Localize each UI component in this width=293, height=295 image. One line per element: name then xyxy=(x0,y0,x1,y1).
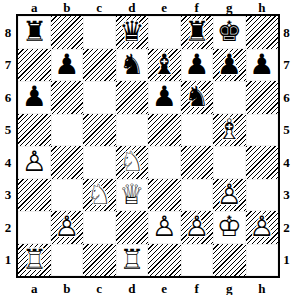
piece-glyph: ♟ xyxy=(51,49,84,82)
square-c8[interactable] xyxy=(83,16,116,49)
rank-label-3-left: 3 xyxy=(0,179,16,212)
square-a8[interactable]: ♜♜ xyxy=(18,16,51,49)
piece-black-R-a8: ♜♜ xyxy=(18,16,51,49)
file-label-f-top: f xyxy=(181,0,214,14)
chess-diagram: abcdefgh 87654321 ♜♜♛♛♜♜♚♚♟♟♞♞♝♝♟♟♟♟♟♟♟♟… xyxy=(0,0,293,295)
piece-glyph: ♕ xyxy=(116,179,149,212)
rank-labels-right: 87654321 xyxy=(280,14,293,278)
piece-black-K-g8: ♚♚ xyxy=(213,16,246,49)
piece-black-P-f7: ♟♟ xyxy=(181,49,214,82)
square-d1[interactable]: ♜♖ xyxy=(116,244,149,277)
square-h1[interactable] xyxy=(246,244,279,277)
piece-glyph: ♝ xyxy=(148,49,181,82)
square-e2[interactable]: ♟♙ xyxy=(148,211,181,244)
piece-glyph: ♟ xyxy=(148,81,181,114)
square-e6[interactable]: ♟♟ xyxy=(148,81,181,114)
piece-glyph: ♙ xyxy=(213,179,246,212)
piece-glyph: ♜ xyxy=(181,16,214,49)
file-label-b-top: b xyxy=(51,0,84,14)
square-b4[interactable] xyxy=(51,146,84,179)
square-f1[interactable] xyxy=(181,244,214,277)
square-f3[interactable] xyxy=(181,179,214,212)
file-label-f-bottom: f xyxy=(181,282,214,295)
square-c5[interactable] xyxy=(83,114,116,147)
file-labels-top: abcdefgh xyxy=(18,0,293,14)
square-a7[interactable] xyxy=(18,49,51,82)
square-b8[interactable] xyxy=(51,16,84,49)
square-f4[interactable] xyxy=(181,146,214,179)
piece-white-B-g5: ♝♗ xyxy=(213,114,246,147)
piece-white-R-a1: ♜♖ xyxy=(18,244,51,277)
rank-label-5-right: 5 xyxy=(280,114,293,147)
square-a3[interactable] xyxy=(18,179,51,212)
file-label-e-top: e xyxy=(148,0,181,14)
square-c1[interactable] xyxy=(83,244,116,277)
rank-label-6-right: 6 xyxy=(280,81,293,114)
square-e7[interactable]: ♝♝ xyxy=(148,49,181,82)
square-e1[interactable] xyxy=(148,244,181,277)
piece-glyph: ♙ xyxy=(181,211,214,244)
square-g4[interactable] xyxy=(213,146,246,179)
square-g1[interactable] xyxy=(213,244,246,277)
rank-label-6-left: 6 xyxy=(0,81,16,114)
piece-white-P-e2: ♟♙ xyxy=(148,211,181,244)
piece-black-N-f6: ♞♞ xyxy=(181,81,214,114)
file-label-a-bottom: a xyxy=(18,282,51,295)
piece-glyph: ♘ xyxy=(83,179,116,212)
square-c3[interactable]: ♞♘ xyxy=(83,179,116,212)
rank-label-5-left: 5 xyxy=(0,114,16,147)
piece-black-Q-d8: ♛♛ xyxy=(116,16,149,49)
piece-glyph: ♟ xyxy=(213,49,246,82)
square-f7[interactable]: ♟♟ xyxy=(181,49,214,82)
square-g8[interactable]: ♚♚ xyxy=(213,16,246,49)
square-a1[interactable]: ♜♖ xyxy=(18,244,51,277)
piece-glyph: ♙ xyxy=(51,211,84,244)
piece-glyph: ♞ xyxy=(181,81,214,114)
file-label-c-top: c xyxy=(83,0,116,14)
file-label-d-top: d xyxy=(116,0,149,14)
rank-label-4-right: 4 xyxy=(280,146,293,179)
rank-label-3-right: 3 xyxy=(280,179,293,212)
piece-glyph: ♙ xyxy=(18,146,51,179)
piece-black-R-f8: ♜♜ xyxy=(181,16,214,49)
file-label-h-top: h xyxy=(246,0,279,14)
square-g6[interactable] xyxy=(213,81,246,114)
piece-glyph: ♖ xyxy=(116,244,149,277)
square-f8[interactable]: ♜♜ xyxy=(181,16,214,49)
square-h4[interactable] xyxy=(246,146,279,179)
square-b3[interactable] xyxy=(51,179,84,212)
rank-label-8-left: 8 xyxy=(0,16,16,49)
square-d2[interactable] xyxy=(116,211,149,244)
file-label-b-bottom: b xyxy=(51,282,84,295)
square-h3[interactable] xyxy=(246,179,279,212)
rank-label-1-left: 1 xyxy=(0,244,16,277)
square-d4[interactable]: ♞♘ xyxy=(116,146,149,179)
square-e5[interactable] xyxy=(148,114,181,147)
square-b6[interactable] xyxy=(51,81,84,114)
square-g7[interactable]: ♟♟ xyxy=(213,49,246,82)
square-c6[interactable] xyxy=(83,81,116,114)
rank-label-7-left: 7 xyxy=(0,49,16,82)
piece-glyph: ♞ xyxy=(116,49,149,82)
piece-glyph: ♚ xyxy=(213,16,246,49)
piece-black-P-b7: ♟♟ xyxy=(51,49,84,82)
piece-black-P-e6: ♟♟ xyxy=(148,81,181,114)
square-a5[interactable] xyxy=(18,114,51,147)
square-c4[interactable] xyxy=(83,146,116,179)
piece-white-P-g3: ♟♙ xyxy=(213,179,246,212)
square-g5[interactable]: ♝♗ xyxy=(213,114,246,147)
square-b1[interactable] xyxy=(51,244,84,277)
square-h8[interactable] xyxy=(246,16,279,49)
square-b2[interactable]: ♟♙ xyxy=(51,211,84,244)
square-a4[interactable]: ♟♙ xyxy=(18,146,51,179)
piece-black-P-g7: ♟♟ xyxy=(213,49,246,82)
rank-label-7-right: 7 xyxy=(280,49,293,82)
rank-label-4-left: 4 xyxy=(0,146,16,179)
piece-glyph: ♙ xyxy=(246,211,279,244)
piece-black-B-e7: ♝♝ xyxy=(148,49,181,82)
square-a6[interactable]: ♟♟ xyxy=(18,81,51,114)
piece-white-P-a4: ♟♙ xyxy=(18,146,51,179)
square-h6[interactable] xyxy=(246,81,279,114)
piece-black-N-d7: ♞♞ xyxy=(116,49,149,82)
piece-glyph: ♜ xyxy=(18,16,51,49)
piece-black-P-h7: ♟♟ xyxy=(246,49,279,82)
square-d5[interactable] xyxy=(116,114,149,147)
square-f5[interactable] xyxy=(181,114,214,147)
piece-glyph: ♛ xyxy=(116,16,149,49)
piece-glyph: ♖ xyxy=(18,244,51,277)
square-f6[interactable]: ♞♞ xyxy=(181,81,214,114)
piece-glyph: ♗ xyxy=(213,114,246,147)
piece-white-P-h2: ♟♙ xyxy=(246,211,279,244)
square-h7[interactable]: ♟♟ xyxy=(246,49,279,82)
piece-white-P-f2: ♟♙ xyxy=(181,211,214,244)
square-f2[interactable]: ♟♙ xyxy=(181,211,214,244)
piece-white-N-c3: ♞♘ xyxy=(83,179,116,212)
square-d7[interactable]: ♞♞ xyxy=(116,49,149,82)
square-h2[interactable]: ♟♙ xyxy=(246,211,279,244)
file-label-c-bottom: c xyxy=(83,282,116,295)
file-label-g-bottom: g xyxy=(213,282,246,295)
file-labels-bottom: abcdefgh xyxy=(18,278,293,295)
piece-glyph: ♟ xyxy=(181,49,214,82)
chess-board: ♜♜♛♛♜♜♚♚♟♟♞♞♝♝♟♟♟♟♟♟♟♟♟♟♞♞♝♗♟♙♞♘♞♘♛♕♟♙♟♙… xyxy=(16,14,280,278)
rank-labels-left: 87654321 xyxy=(0,14,16,278)
file-label-e-bottom: e xyxy=(148,282,181,295)
piece-glyph: ♔ xyxy=(213,211,246,244)
piece-white-K-g2: ♚♔ xyxy=(213,211,246,244)
file-label-g-top: g xyxy=(213,0,246,14)
piece-white-Q-d3: ♛♕ xyxy=(116,179,149,212)
rank-label-2-right: 2 xyxy=(280,211,293,244)
file-label-d-bottom: d xyxy=(116,282,149,295)
piece-white-N-d4: ♞♘ xyxy=(116,146,149,179)
square-c7[interactable] xyxy=(83,49,116,82)
square-e8[interactable] xyxy=(148,16,181,49)
file-label-h-bottom: h xyxy=(246,282,279,295)
piece-white-P-b2: ♟♙ xyxy=(51,211,84,244)
piece-white-R-d1: ♜♖ xyxy=(116,244,149,277)
rank-label-1-right: 1 xyxy=(280,244,293,277)
square-c2[interactable] xyxy=(83,211,116,244)
square-b7[interactable]: ♟♟ xyxy=(51,49,84,82)
square-d8[interactable]: ♛♛ xyxy=(116,16,149,49)
square-d6[interactable] xyxy=(116,81,149,114)
square-d3[interactable]: ♛♕ xyxy=(116,179,149,212)
file-label-a-top: a xyxy=(18,0,51,14)
square-g3[interactable]: ♟♙ xyxy=(213,179,246,212)
square-a2[interactable] xyxy=(18,211,51,244)
rank-label-2-left: 2 xyxy=(0,211,16,244)
square-e4[interactable] xyxy=(148,146,181,179)
piece-glyph: ♟ xyxy=(246,49,279,82)
square-g2[interactable]: ♚♔ xyxy=(213,211,246,244)
piece-glyph: ♟ xyxy=(18,81,51,114)
piece-glyph: ♙ xyxy=(148,211,181,244)
piece-glyph: ♘ xyxy=(116,146,149,179)
piece-black-P-a6: ♟♟ xyxy=(18,81,51,114)
square-e3[interactable] xyxy=(148,179,181,212)
square-h5[interactable] xyxy=(246,114,279,147)
rank-label-8-right: 8 xyxy=(280,16,293,49)
square-b5[interactable] xyxy=(51,114,84,147)
